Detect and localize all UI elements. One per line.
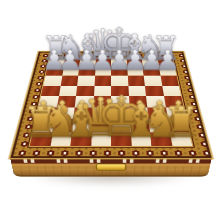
piece-white-rook[interactable]: ♜ bbox=[163, 102, 200, 143]
product-photo: ♜♞♝♛♚♝♞♜♟♟♟♟♟♟♟♟♟♟♟♟♟♟♟♟♜♞♝♛♚♝♞♜ bbox=[0, 0, 222, 222]
chess-board-box: ♜♞♝♛♚♝♞♜♟♟♟♟♟♟♟♟♟♟♟♟♟♟♟♟♜♞♝♛♚♝♞♜ bbox=[10, 52, 211, 158]
square-h1[interactable]: ♜ bbox=[170, 132, 193, 146]
square-a6[interactable] bbox=[43, 76, 62, 86]
square-c6[interactable] bbox=[77, 76, 94, 86]
square-g6[interactable] bbox=[144, 76, 162, 86]
latch bbox=[96, 164, 127, 171]
square-h6[interactable] bbox=[160, 76, 179, 86]
square-h7[interactable]: ♟ bbox=[159, 67, 177, 76]
board-front-edge bbox=[10, 156, 213, 177]
square-b6[interactable] bbox=[60, 76, 78, 86]
piece-black-pawn[interactable]: ♟ bbox=[156, 47, 180, 74]
board-scene: ♜♞♝♛♚♝♞♜♟♟♟♟♟♟♟♟♟♟♟♟♟♟♟♟♜♞♝♛♚♝♞♜ bbox=[27, 12, 195, 180]
chess-board: ♜♞♝♛♚♝♞♜♟♟♟♟♟♟♟♟♟♟♟♟♟♟♟♟♜♞♝♛♚♝♞♜ bbox=[28, 58, 193, 147]
inlay-strip bbox=[12, 157, 210, 163]
